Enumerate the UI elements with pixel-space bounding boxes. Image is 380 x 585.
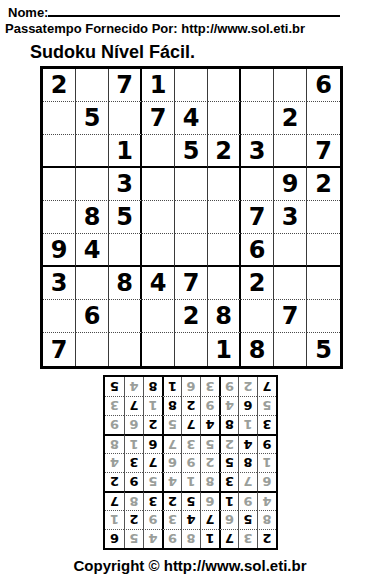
cell-r1c3: 7	[109, 69, 142, 102]
solution-cell-r7c5: 7	[181, 415, 200, 434]
solution-cell-r2c3: 6	[219, 510, 238, 529]
solution-cell-r1c9: 6	[105, 529, 124, 548]
cell-r7c9	[307, 267, 340, 300]
cell-r5c9	[307, 201, 340, 234]
solution-cell-r9c7: 8	[143, 377, 162, 396]
solution-grid-rotated: 2371894568567439214916523876738145921852…	[103, 375, 278, 550]
solution-cell-r8c8: 7	[124, 396, 143, 415]
cell-r7c1: 3	[43, 267, 76, 300]
cell-r5c6	[208, 201, 241, 234]
solution-cell-r1c8: 5	[124, 529, 143, 548]
provider-text: Passatempo Fornecido Por: http://www.sol…	[5, 21, 305, 36]
solution-cell-r7c7: 2	[143, 415, 162, 434]
cell-r1c7	[241, 69, 274, 102]
cell-r6c1: 9	[43, 234, 76, 267]
cell-r7c8	[274, 267, 307, 300]
cell-r7c2	[76, 267, 109, 300]
cell-r4c5	[175, 168, 208, 201]
solution-cell-r8c2: 6	[238, 396, 257, 415]
cell-r6c6	[208, 234, 241, 267]
cell-r6c2: 4	[76, 234, 109, 267]
cell-r4c3: 3	[109, 168, 142, 201]
cell-r4c7	[241, 168, 274, 201]
solution-cell-r3c4: 6	[200, 491, 219, 510]
solution-cell-r3c5: 5	[181, 491, 200, 510]
cell-r3c4	[142, 135, 175, 168]
cell-r9c7: 8	[241, 333, 274, 366]
solution-cell-r7c6: 5	[162, 415, 181, 434]
solution-cell-r8c3: 4	[219, 396, 238, 415]
solution-cell-r8c5: 2	[181, 396, 200, 415]
solution-cell-r4c7: 5	[143, 472, 162, 491]
solution-cell-r5c5: 9	[181, 453, 200, 472]
cell-r8c9	[307, 300, 340, 333]
cell-r1c2	[76, 69, 109, 102]
solution-cell-r7c9: 9	[105, 415, 124, 434]
cell-r8c8: 7	[274, 300, 307, 333]
cell-r4c8: 9	[274, 168, 307, 201]
solution-cell-r2c6: 3	[162, 510, 181, 529]
solution-cell-r9c1: 7	[257, 377, 276, 396]
cell-r9c2	[76, 333, 109, 366]
page-title: Sudoku Nível Fácil.	[30, 42, 195, 63]
cell-r8c7	[241, 300, 274, 333]
cell-r3c3: 1	[109, 135, 142, 168]
solution-cell-r9c4: 3	[200, 377, 219, 396]
solution-cell-r3c7: 3	[143, 491, 162, 510]
cell-r6c8	[274, 234, 307, 267]
cell-r9c1: 7	[43, 333, 76, 366]
cell-r2c9	[307, 102, 340, 135]
cell-r3c7: 3	[241, 135, 274, 168]
solution-cell-r9c5: 6	[181, 377, 200, 396]
cell-r3c1	[43, 135, 76, 168]
cell-r1c8	[274, 69, 307, 102]
solution-cell-r2c4: 7	[200, 510, 219, 529]
solution-cell-r1c5: 8	[181, 529, 200, 548]
solution-cell-r9c2: 2	[238, 377, 257, 396]
cell-r7c7: 2	[241, 267, 274, 300]
cell-r5c5	[175, 201, 208, 234]
cell-r4c6	[208, 168, 241, 201]
solution-cell-r8c6: 8	[162, 396, 181, 415]
solution-cell-r4c1: 6	[257, 472, 276, 491]
sudoku-grid: 271657421523739285739463847262877185	[40, 66, 343, 369]
cell-r1c9: 6	[307, 69, 340, 102]
cell-r8c5: 2	[175, 300, 208, 333]
solution-cell-r5c2: 8	[238, 453, 257, 472]
solution-cell-r6c5: 3	[181, 434, 200, 453]
cell-r5c3: 5	[109, 201, 142, 234]
cell-r1c1: 2	[43, 69, 76, 102]
name-label: Nome:	[8, 5, 48, 20]
solution-cell-r4c4: 8	[200, 472, 219, 491]
cell-r6c4	[142, 234, 175, 267]
solution-cell-r3c8: 8	[124, 491, 143, 510]
solution-cell-r8c1: 5	[257, 396, 276, 415]
cell-r3c8	[274, 135, 307, 168]
solution-cell-r2c7: 9	[143, 510, 162, 529]
solution-cell-r9c3: 9	[219, 377, 238, 396]
solution-cell-r1c7: 4	[143, 529, 162, 548]
solution-cell-r6c2: 4	[238, 434, 257, 453]
cell-r6c3	[109, 234, 142, 267]
cell-r2c7	[241, 102, 274, 135]
cell-r1c5	[175, 69, 208, 102]
solution-cell-r1c4: 1	[200, 529, 219, 548]
cell-r5c7: 7	[241, 201, 274, 234]
solution-cell-r4c3: 3	[219, 472, 238, 491]
solution-cell-r7c8: 6	[124, 415, 143, 434]
solution-cell-r6c1: 9	[257, 434, 276, 453]
cell-r8c3	[109, 300, 142, 333]
cell-r7c3: 8	[109, 267, 142, 300]
solution-cell-r1c6: 9	[162, 529, 181, 548]
cell-r8c2: 6	[76, 300, 109, 333]
cell-r9c5	[175, 333, 208, 366]
solution-cell-r4c9: 2	[105, 472, 124, 491]
solution-cell-r9c8: 4	[124, 377, 143, 396]
solution-cell-r2c1: 8	[257, 510, 276, 529]
solution-cell-r1c3: 7	[219, 529, 238, 548]
solution-cell-r5c8: 3	[124, 453, 143, 472]
solution-cell-r1c2: 3	[238, 529, 257, 548]
cell-r5c4	[142, 201, 175, 234]
solution-cell-r2c8: 2	[124, 510, 143, 529]
solution-cell-r6c6: 7	[162, 434, 181, 453]
cell-r9c4	[142, 333, 175, 366]
cell-r8c4	[142, 300, 175, 333]
cell-r1c4: 1	[142, 69, 175, 102]
solution-cell-r2c2: 5	[238, 510, 257, 529]
solution-cell-r3c6: 2	[162, 491, 181, 510]
solution-cell-r6c7: 6	[143, 434, 162, 453]
solution-cell-r8c4: 9	[200, 396, 219, 415]
solution-cell-r9c9: 5	[105, 377, 124, 396]
solution-cell-r6c8: 1	[124, 434, 143, 453]
solution-cell-r1c1: 2	[257, 529, 276, 548]
solution-cell-r5c7: 7	[143, 453, 162, 472]
cell-r5c8: 3	[274, 201, 307, 234]
copyright-text: Copyright © http://www.sol.eti.br	[0, 557, 380, 574]
cell-r6c5	[175, 234, 208, 267]
cell-r4c9: 2	[307, 168, 340, 201]
cell-r8c6: 8	[208, 300, 241, 333]
solution-cell-r3c3: 1	[219, 491, 238, 510]
cell-r2c4: 7	[142, 102, 175, 135]
cell-r4c2	[76, 168, 109, 201]
cell-r2c6	[208, 102, 241, 135]
cell-r2c2: 5	[76, 102, 109, 135]
cell-r2c5: 4	[175, 102, 208, 135]
solution-cell-r8c7: 1	[143, 396, 162, 415]
solution-cell-r5c3: 5	[219, 453, 238, 472]
solution-cell-r5c6: 6	[162, 453, 181, 472]
cell-r8c1	[43, 300, 76, 333]
solution-cell-r4c5: 1	[181, 472, 200, 491]
cell-r2c8: 2	[274, 102, 307, 135]
cell-r9c9: 5	[307, 333, 340, 366]
cell-r5c2: 8	[76, 201, 109, 234]
solution-cell-r4c6: 4	[162, 472, 181, 491]
solution-cell-r3c1: 4	[257, 491, 276, 510]
solution-cell-r2c9: 1	[105, 510, 124, 529]
solution-cell-r4c8: 9	[124, 472, 143, 491]
solution-cell-r7c1: 3	[257, 415, 276, 434]
cell-r2c3	[109, 102, 142, 135]
cell-r2c1	[43, 102, 76, 135]
cell-r6c9	[307, 234, 340, 267]
cell-r9c8	[274, 333, 307, 366]
cell-r7c6	[208, 267, 241, 300]
solution-cell-r6c9: 8	[105, 434, 124, 453]
cell-r7c4: 4	[142, 267, 175, 300]
name-underline	[48, 3, 340, 17]
solution-cell-r5c9: 4	[105, 453, 124, 472]
solution-cell-r3c2: 9	[238, 491, 257, 510]
cell-r5c1	[43, 201, 76, 234]
cell-r7c5: 7	[175, 267, 208, 300]
solution-cell-r2c5: 4	[181, 510, 200, 529]
cell-r3c6: 2	[208, 135, 241, 168]
solution-cell-r7c2: 1	[238, 415, 257, 434]
solution-cell-r6c3: 2	[219, 434, 238, 453]
name-row: Nome:	[8, 3, 340, 20]
solution-cell-r3c9: 7	[105, 491, 124, 510]
cell-r9c3	[109, 333, 142, 366]
cell-r6c7: 6	[241, 234, 274, 267]
solution-cell-r7c3: 8	[219, 415, 238, 434]
cell-r3c2	[76, 135, 109, 168]
cell-r1c6	[208, 69, 241, 102]
solution-cell-r9c6: 1	[162, 377, 181, 396]
cell-r9c6: 1	[208, 333, 241, 366]
solution-cell-r5c1: 1	[257, 453, 276, 472]
solution-cell-r5c4: 2	[200, 453, 219, 472]
cell-r4c4	[142, 168, 175, 201]
solution-cell-r6c4: 5	[200, 434, 219, 453]
cell-r3c9: 7	[307, 135, 340, 168]
solution-cell-r8c9: 3	[105, 396, 124, 415]
cell-r3c5: 5	[175, 135, 208, 168]
solution-cell-r7c4: 4	[200, 415, 219, 434]
solution-cell-r4c2: 7	[238, 472, 257, 491]
cell-r4c1	[43, 168, 76, 201]
